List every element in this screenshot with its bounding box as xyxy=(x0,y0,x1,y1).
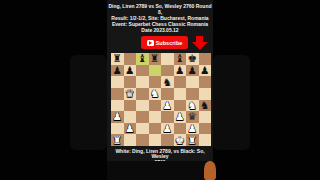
square-b7: ♟ xyxy=(124,65,137,77)
right-letterbox-bar xyxy=(213,0,320,180)
square-g5 xyxy=(186,88,199,100)
square-d1 xyxy=(149,134,162,146)
square-f7: ♟ xyxy=(174,65,187,77)
white-pawn-a3: ♟ xyxy=(113,111,122,122)
square-a2 xyxy=(111,123,124,135)
square-e6: ♞ xyxy=(161,76,174,88)
black-bishop-f8: ♝ xyxy=(175,53,184,64)
blurred-bg-shape xyxy=(70,55,107,150)
subscribe-row: Subscribe xyxy=(107,36,213,50)
down-arrow-icon xyxy=(191,36,208,51)
white-pawn-b2: ♟ xyxy=(125,123,134,134)
white-pawn-f3: ♟ xyxy=(175,111,184,122)
square-a1: ♜ xyxy=(111,134,124,146)
black-queen-g3: ♛ xyxy=(188,111,197,122)
white-king-f1: ♚ xyxy=(175,135,184,146)
square-e8 xyxy=(161,53,174,65)
square-e3 xyxy=(161,111,174,123)
black-rook-d8: ♜ xyxy=(150,53,159,64)
square-h7: ♟ xyxy=(199,65,212,77)
square-d2 xyxy=(149,123,162,135)
square-d3 xyxy=(149,111,162,123)
square-c1 xyxy=(136,134,149,146)
square-f3: ♟ xyxy=(174,111,187,123)
square-b4 xyxy=(124,100,137,112)
bottom-dark-band xyxy=(107,161,213,180)
square-d6 xyxy=(149,76,162,88)
square-g8: ♚ xyxy=(186,53,199,65)
square-h1 xyxy=(199,134,212,146)
square-a5 xyxy=(111,88,124,100)
white-rook-a1: ♜ xyxy=(113,135,122,146)
white-pawn-e2: ♟ xyxy=(163,123,172,134)
square-g6 xyxy=(186,76,199,88)
black-pawn-h7: ♟ xyxy=(200,65,209,76)
black-rook-a8: ♜ xyxy=(113,53,122,64)
square-f1: ♚ xyxy=(174,134,187,146)
black-knight-e6: ♞ xyxy=(163,77,172,88)
square-e1 xyxy=(161,134,174,146)
white-knight-d5: ♞ xyxy=(150,88,159,99)
square-d7 xyxy=(149,65,162,77)
video-strip: Ding, Liren 2789 vs So, Wesley 2760 Roun… xyxy=(107,0,213,180)
square-c5 xyxy=(136,88,149,100)
square-h2 xyxy=(199,123,212,135)
square-g7: ♟ xyxy=(186,65,199,77)
square-f8: ♝ xyxy=(174,53,187,65)
square-h3 xyxy=(199,111,212,123)
square-c3 xyxy=(136,111,149,123)
blurred-bg-shape xyxy=(213,55,250,150)
square-b1 xyxy=(124,134,137,146)
square-c8: ♝ xyxy=(136,53,149,65)
square-f2 xyxy=(174,123,187,135)
square-b6 xyxy=(124,76,137,88)
square-g4: ♞ xyxy=(186,100,199,112)
square-e7 xyxy=(161,65,174,77)
square-c4 xyxy=(136,100,149,112)
black-bishop-c8: ♝ xyxy=(138,53,147,64)
square-f4 xyxy=(174,100,187,112)
square-f6 xyxy=(174,76,187,88)
square-e2: ♟ xyxy=(161,123,174,135)
video-frame: { "game": "chess", "position": { "fen": … xyxy=(0,0,320,180)
square-g2: ♟ xyxy=(186,123,199,135)
white-knight-g4: ♞ xyxy=(188,100,197,111)
youtube-play-icon xyxy=(147,40,154,46)
square-d4 xyxy=(149,100,162,112)
chess-board: ♜♝♜♝♚♟♟♟♟♟♞♛♞♟♞♞♟♟♛♟♟♟♜♚♜ xyxy=(111,53,211,146)
black-pawn-f7: ♟ xyxy=(175,65,184,76)
square-g3: ♛ xyxy=(186,111,199,123)
square-h4: ♞ xyxy=(199,100,212,112)
square-a3: ♟ xyxy=(111,111,124,123)
square-g1: ♜ xyxy=(186,134,199,146)
black-pawn-b7: ♟ xyxy=(125,65,134,76)
black-pawn-a7: ♟ xyxy=(113,65,122,76)
white-queen-b5: ♛ xyxy=(125,88,134,99)
blurred-orange-shape xyxy=(204,161,216,180)
square-d5: ♞ xyxy=(149,88,162,100)
white-rook-g1: ♜ xyxy=(188,135,197,146)
square-a8: ♜ xyxy=(111,53,124,65)
pgn-header: Ding, Liren 2789 vs So, Wesley 2760 Roun… xyxy=(107,4,213,34)
square-e5 xyxy=(161,88,174,100)
square-c6 xyxy=(136,76,149,88)
subscribe-label: Subscribe xyxy=(156,40,183,46)
square-d8: ♜ xyxy=(149,53,162,65)
subscribe-button[interactable]: Subscribe xyxy=(141,36,188,49)
white-pawn-e4: ♟ xyxy=(163,100,172,111)
square-b2: ♟ xyxy=(124,123,137,135)
black-knight-h4: ♞ xyxy=(200,100,209,111)
black-pawn-g7: ♟ xyxy=(188,65,197,76)
square-a7: ♟ xyxy=(111,65,124,77)
square-h6 xyxy=(199,76,212,88)
square-c7 xyxy=(136,65,149,77)
square-f5 xyxy=(174,88,187,100)
white-pawn-g2: ♟ xyxy=(188,123,197,134)
square-b8 xyxy=(124,53,137,65)
square-c2 xyxy=(136,123,149,135)
square-a4 xyxy=(111,100,124,112)
square-b3 xyxy=(124,111,137,123)
left-letterbox-bar xyxy=(0,0,107,180)
black-king-g8: ♚ xyxy=(188,53,197,64)
square-h8 xyxy=(199,53,212,65)
square-h5 xyxy=(199,88,212,100)
square-a6 xyxy=(111,76,124,88)
square-b5: ♛ xyxy=(124,88,137,100)
pgn-date-line: Date 2023.05.12 xyxy=(107,28,213,34)
square-e4: ♟ xyxy=(161,100,174,112)
